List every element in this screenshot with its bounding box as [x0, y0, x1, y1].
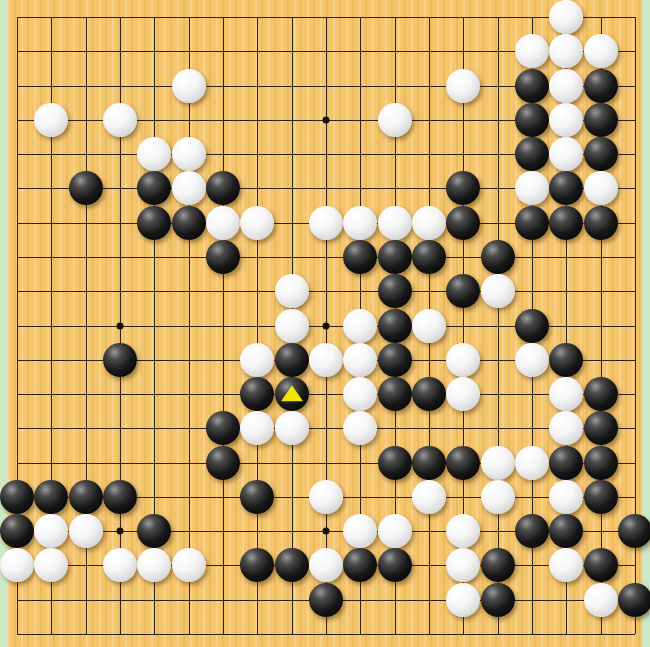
white-stone[interactable]: [0, 548, 34, 582]
black-stone[interactable]: [584, 137, 618, 171]
white-stone[interactable]: [172, 69, 206, 103]
grid-line-horizontal: [17, 394, 635, 395]
black-stone[interactable]: [584, 206, 618, 240]
star-point: [117, 322, 124, 329]
black-stone[interactable]: [515, 103, 549, 137]
white-stone[interactable]: [172, 137, 206, 171]
white-stone[interactable]: [275, 274, 309, 308]
black-stone[interactable]: [206, 240, 240, 274]
black-stone[interactable]: [378, 446, 412, 480]
white-stone[interactable]: [137, 548, 171, 582]
white-stone[interactable]: [103, 103, 137, 137]
white-stone[interactable]: [549, 34, 583, 68]
white-stone[interactable]: [515, 34, 549, 68]
white-stone[interactable]: [343, 309, 377, 343]
black-stone[interactable]: [515, 69, 549, 103]
black-stone[interactable]: [34, 480, 68, 514]
black-stone[interactable]: [515, 206, 549, 240]
white-stone[interactable]: [240, 206, 274, 240]
black-stone[interactable]: [549, 171, 583, 205]
black-stone[interactable]: [584, 377, 618, 411]
white-stone[interactable]: [549, 0, 583, 34]
white-stone[interactable]: [446, 69, 480, 103]
black-stone[interactable]: [275, 377, 309, 411]
star-point: [323, 116, 330, 123]
white-stone[interactable]: [309, 343, 343, 377]
white-stone[interactable]: [343, 377, 377, 411]
black-stone[interactable]: [137, 514, 171, 548]
white-stone[interactable]: [69, 514, 103, 548]
white-stone[interactable]: [275, 411, 309, 445]
black-stone[interactable]: [343, 548, 377, 582]
black-stone[interactable]: [309, 583, 343, 617]
white-stone[interactable]: [549, 103, 583, 137]
black-stone[interactable]: [549, 514, 583, 548]
white-stone[interactable]: [172, 171, 206, 205]
white-stone[interactable]: [172, 548, 206, 582]
black-stone[interactable]: [549, 343, 583, 377]
black-stone[interactable]: [412, 240, 446, 274]
white-stone[interactable]: [549, 480, 583, 514]
black-stone[interactable]: [515, 514, 549, 548]
white-stone[interactable]: [34, 514, 68, 548]
white-stone[interactable]: [343, 514, 377, 548]
white-stone[interactable]: [412, 480, 446, 514]
black-stone[interactable]: [378, 240, 412, 274]
white-stone[interactable]: [343, 411, 377, 445]
white-stone[interactable]: [343, 206, 377, 240]
white-stone[interactable]: [240, 343, 274, 377]
white-stone[interactable]: [584, 34, 618, 68]
star-point: [323, 528, 330, 535]
black-stone[interactable]: [172, 206, 206, 240]
black-stone[interactable]: [0, 480, 34, 514]
white-stone[interactable]: [34, 548, 68, 582]
black-stone[interactable]: [481, 240, 515, 274]
black-stone[interactable]: [549, 206, 583, 240]
grid-line-vertical: [498, 17, 499, 634]
white-stone[interactable]: [34, 103, 68, 137]
black-stone[interactable]: [137, 206, 171, 240]
black-stone[interactable]: [240, 548, 274, 582]
white-stone[interactable]: [343, 343, 377, 377]
black-stone[interactable]: [412, 446, 446, 480]
white-stone[interactable]: [412, 206, 446, 240]
white-stone[interactable]: [378, 206, 412, 240]
black-stone[interactable]: [275, 548, 309, 582]
black-stone[interactable]: [481, 548, 515, 582]
white-stone[interactable]: [446, 377, 480, 411]
white-stone[interactable]: [584, 583, 618, 617]
go-board[interactable]: [8, 0, 642, 647]
black-stone[interactable]: [584, 480, 618, 514]
grid-line-horizontal: [17, 428, 635, 429]
white-stone[interactable]: [584, 171, 618, 205]
white-stone[interactable]: [206, 206, 240, 240]
black-stone[interactable]: [343, 240, 377, 274]
white-stone[interactable]: [481, 480, 515, 514]
white-stone[interactable]: [446, 583, 480, 617]
black-stone[interactable]: [103, 480, 137, 514]
black-stone[interactable]: [584, 411, 618, 445]
star-point: [323, 322, 330, 329]
black-stone[interactable]: [446, 446, 480, 480]
black-stone[interactable]: [378, 343, 412, 377]
black-stone[interactable]: [240, 377, 274, 411]
black-stone[interactable]: [206, 446, 240, 480]
white-stone[interactable]: [103, 548, 137, 582]
white-stone[interactable]: [378, 103, 412, 137]
white-stone[interactable]: [481, 446, 515, 480]
black-stone[interactable]: [206, 411, 240, 445]
white-stone[interactable]: [481, 274, 515, 308]
white-stone[interactable]: [515, 171, 549, 205]
black-stone[interactable]: [378, 309, 412, 343]
white-stone[interactable]: [446, 548, 480, 582]
grid-line-horizontal: [17, 634, 635, 635]
black-stone[interactable]: [446, 206, 480, 240]
black-stone[interactable]: [275, 343, 309, 377]
white-stone[interactable]: [515, 446, 549, 480]
white-stone[interactable]: [137, 137, 171, 171]
go-game-screenshot: [0, 0, 650, 647]
white-stone[interactable]: [549, 137, 583, 171]
black-stone[interactable]: [618, 514, 650, 548]
black-stone[interactable]: [69, 171, 103, 205]
white-stone[interactable]: [309, 206, 343, 240]
black-stone[interactable]: [378, 377, 412, 411]
black-stone[interactable]: [446, 171, 480, 205]
black-stone[interactable]: [584, 103, 618, 137]
white-stone[interactable]: [446, 514, 480, 548]
black-stone[interactable]: [412, 377, 446, 411]
black-stone[interactable]: [378, 274, 412, 308]
black-stone[interactable]: [206, 171, 240, 205]
black-stone[interactable]: [69, 480, 103, 514]
black-stone[interactable]: [0, 514, 34, 548]
star-point: [117, 528, 124, 535]
black-stone[interactable]: [378, 548, 412, 582]
white-stone[interactable]: [378, 514, 412, 548]
white-stone[interactable]: [309, 480, 343, 514]
white-stone[interactable]: [412, 309, 446, 343]
black-stone[interactable]: [515, 309, 549, 343]
black-stone[interactable]: [481, 583, 515, 617]
black-stone[interactable]: [549, 446, 583, 480]
white-stone[interactable]: [446, 343, 480, 377]
last-move-triangle-marker: [281, 385, 303, 401]
black-stone[interactable]: [584, 69, 618, 103]
white-stone[interactable]: [240, 411, 274, 445]
white-stone[interactable]: [275, 309, 309, 343]
white-stone[interactable]: [549, 377, 583, 411]
white-stone[interactable]: [549, 548, 583, 582]
black-stone[interactable]: [618, 583, 650, 617]
white-stone[interactable]: [515, 343, 549, 377]
white-stone[interactable]: [549, 411, 583, 445]
black-stone[interactable]: [103, 343, 137, 377]
black-stone[interactable]: [137, 171, 171, 205]
black-stone[interactable]: [446, 274, 480, 308]
white-stone[interactable]: [309, 548, 343, 582]
black-stone[interactable]: [515, 137, 549, 171]
white-stone[interactable]: [549, 69, 583, 103]
black-stone[interactable]: [584, 446, 618, 480]
black-stone[interactable]: [240, 480, 274, 514]
black-stone[interactable]: [584, 548, 618, 582]
